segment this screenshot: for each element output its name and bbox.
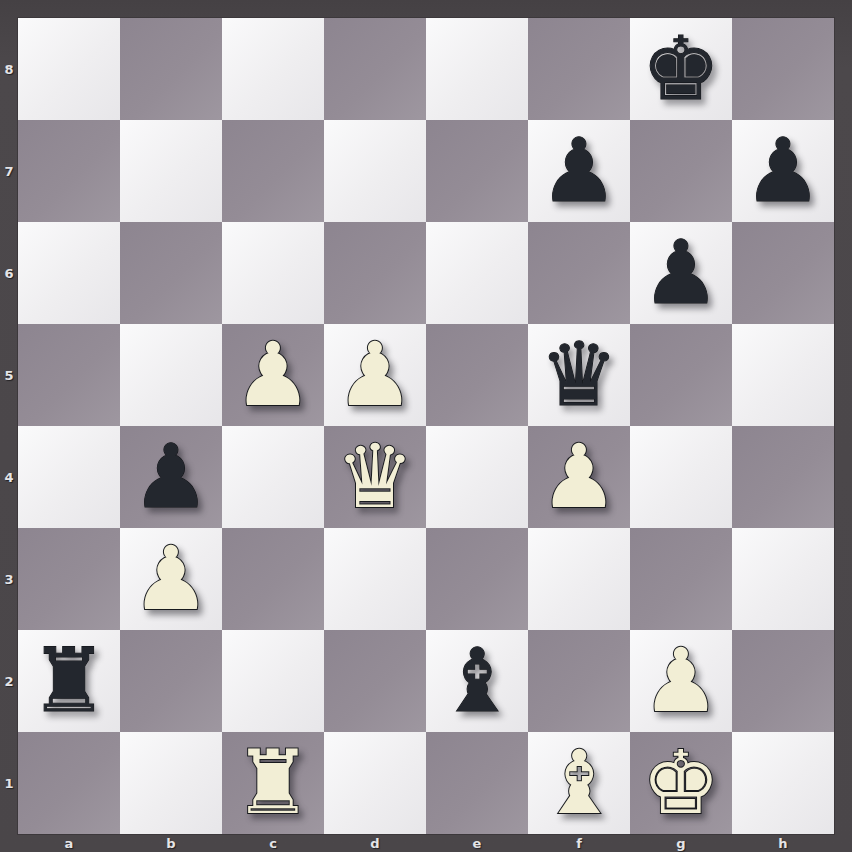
square-c2[interactable]	[222, 630, 324, 732]
rank-label-5: 5	[0, 324, 18, 426]
rank-labels: 87654321	[0, 18, 18, 834]
square-f7[interactable]: ♟	[528, 120, 630, 222]
square-a7[interactable]	[18, 120, 120, 222]
square-a5[interactable]	[18, 324, 120, 426]
square-g5[interactable]	[630, 324, 732, 426]
square-f8[interactable]	[528, 18, 630, 120]
square-b1[interactable]	[120, 732, 222, 834]
square-h5[interactable]	[732, 324, 834, 426]
square-d3[interactable]	[324, 528, 426, 630]
square-d8[interactable]	[324, 18, 426, 120]
piece-black-pawn[interactable]: ♟	[642, 222, 721, 324]
square-f2[interactable]	[528, 630, 630, 732]
square-a6[interactable]	[18, 222, 120, 324]
square-g6[interactable]: ♟	[630, 222, 732, 324]
piece-white-pawn[interactable]: ♟	[540, 426, 619, 528]
square-e7[interactable]	[426, 120, 528, 222]
square-c3[interactable]	[222, 528, 324, 630]
square-c5[interactable]: ♟	[222, 324, 324, 426]
square-e1[interactable]	[426, 732, 528, 834]
file-label-b: b	[120, 834, 222, 852]
file-label-a: a	[18, 834, 120, 852]
square-e2[interactable]: ♝	[426, 630, 528, 732]
square-a8[interactable]	[18, 18, 120, 120]
file-label-h: h	[732, 834, 834, 852]
file-label-f: f	[528, 834, 630, 852]
square-e4[interactable]	[426, 426, 528, 528]
piece-white-queen[interactable]: ♛	[336, 426, 415, 528]
piece-black-rook[interactable]: ♜	[30, 630, 109, 732]
piece-black-queen[interactable]: ♛	[540, 324, 619, 426]
square-g1[interactable]: ♚	[630, 732, 732, 834]
square-b4[interactable]: ♟	[120, 426, 222, 528]
chess-board: ♚♟♟♟♟♟♛♟♛♟♟♜♝♟♜♝♚	[18, 18, 834, 834]
piece-white-pawn[interactable]: ♟	[642, 630, 721, 732]
square-f4[interactable]: ♟	[528, 426, 630, 528]
square-h1[interactable]	[732, 732, 834, 834]
square-c1[interactable]: ♜	[222, 732, 324, 834]
piece-white-pawn[interactable]: ♟	[234, 324, 313, 426]
square-b3[interactable]: ♟	[120, 528, 222, 630]
square-d7[interactable]	[324, 120, 426, 222]
piece-black-pawn[interactable]: ♟	[132, 426, 211, 528]
piece-black-king[interactable]: ♚	[642, 18, 721, 120]
square-a3[interactable]	[18, 528, 120, 630]
square-f3[interactable]	[528, 528, 630, 630]
square-d2[interactable]	[324, 630, 426, 732]
square-b2[interactable]	[120, 630, 222, 732]
rank-label-2: 2	[0, 630, 18, 732]
square-c8[interactable]	[222, 18, 324, 120]
square-b6[interactable]	[120, 222, 222, 324]
square-h8[interactable]	[732, 18, 834, 120]
square-d4[interactable]: ♛	[324, 426, 426, 528]
rank-label-8: 8	[0, 18, 18, 120]
square-h4[interactable]	[732, 426, 834, 528]
square-f1[interactable]: ♝	[528, 732, 630, 834]
square-h2[interactable]	[732, 630, 834, 732]
square-e5[interactable]	[426, 324, 528, 426]
square-h6[interactable]	[732, 222, 834, 324]
piece-black-pawn[interactable]: ♟	[744, 120, 823, 222]
rank-label-7: 7	[0, 120, 18, 222]
square-g2[interactable]: ♟	[630, 630, 732, 732]
square-a1[interactable]	[18, 732, 120, 834]
square-d6[interactable]	[324, 222, 426, 324]
piece-white-pawn[interactable]: ♟	[336, 324, 415, 426]
square-g4[interactable]	[630, 426, 732, 528]
square-c4[interactable]	[222, 426, 324, 528]
piece-white-rook[interactable]: ♜	[234, 732, 313, 834]
piece-white-pawn[interactable]: ♟	[132, 528, 211, 630]
square-a4[interactable]	[18, 426, 120, 528]
file-labels: abcdefgh	[18, 834, 834, 852]
square-g7[interactable]	[630, 120, 732, 222]
rank-label-3: 3	[0, 528, 18, 630]
square-c6[interactable]	[222, 222, 324, 324]
square-e6[interactable]	[426, 222, 528, 324]
square-e3[interactable]	[426, 528, 528, 630]
piece-black-pawn[interactable]: ♟	[540, 120, 619, 222]
rank-label-1: 1	[0, 732, 18, 834]
square-d5[interactable]: ♟	[324, 324, 426, 426]
piece-white-king[interactable]: ♚	[642, 732, 721, 834]
file-label-c: c	[222, 834, 324, 852]
square-g3[interactable]	[630, 528, 732, 630]
square-e8[interactable]	[426, 18, 528, 120]
file-label-d: d	[324, 834, 426, 852]
rank-label-4: 4	[0, 426, 18, 528]
file-label-e: e	[426, 834, 528, 852]
piece-white-bishop[interactable]: ♝	[540, 732, 619, 834]
file-label-g: g	[630, 834, 732, 852]
square-f5[interactable]: ♛	[528, 324, 630, 426]
square-f6[interactable]	[528, 222, 630, 324]
square-h3[interactable]	[732, 528, 834, 630]
square-d1[interactable]	[324, 732, 426, 834]
rank-label-6: 6	[0, 222, 18, 324]
square-b7[interactable]	[120, 120, 222, 222]
chess-board-frame: ♚♟♟♟♟♟♛♟♛♟♟♜♝♟♜♝♚ 87654321 abcdefgh	[0, 0, 852, 852]
piece-black-bishop[interactable]: ♝	[438, 630, 517, 732]
square-g8[interactable]: ♚	[630, 18, 732, 120]
square-c7[interactable]	[222, 120, 324, 222]
square-b5[interactable]	[120, 324, 222, 426]
square-a2[interactable]: ♜	[18, 630, 120, 732]
square-h7[interactable]: ♟	[732, 120, 834, 222]
square-b8[interactable]	[120, 18, 222, 120]
